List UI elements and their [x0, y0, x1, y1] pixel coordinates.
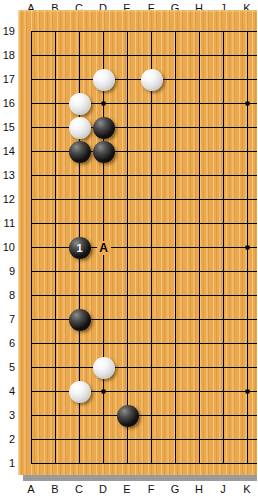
go-board: 1A — [18, 10, 257, 475]
left-coordinates: 19181716151413121110987654321 — [0, 19, 16, 475]
coord-bottom-J: J — [211, 482, 235, 497]
coord-left-16: 16 — [0, 91, 16, 115]
coord-left-11: 11 — [0, 211, 16, 235]
coord-left-10: 10 — [0, 235, 16, 259]
coord-bottom-A: A — [19, 482, 43, 497]
board-shadow — [23, 475, 257, 481]
coord-left-6: 6 — [0, 331, 16, 355]
black-stone-D14 — [93, 141, 115, 163]
board-cells: 1A — [20, 20, 258, 476]
coord-left-14: 14 — [0, 139, 16, 163]
point-C16 — [68, 92, 92, 116]
black-stone-D15 — [93, 117, 115, 139]
coord-bottom-D: D — [91, 482, 115, 497]
coord-left-15: 15 — [0, 115, 16, 139]
point-E3 — [116, 404, 140, 428]
point-D10: A — [92, 236, 116, 260]
go-diagram: ABCDEFGHJK 19181716151413121110987654321… — [0, 0, 257, 500]
point-C15 — [68, 116, 92, 140]
point-C4 — [68, 380, 92, 404]
coord-left-4: 4 — [0, 379, 16, 403]
coord-bottom-G: G — [163, 482, 187, 497]
coord-left-12: 12 — [0, 187, 16, 211]
coord-bottom-C: C — [67, 482, 91, 497]
white-stone-F17 — [141, 69, 163, 91]
coord-left-19: 19 — [0, 19, 16, 43]
coord-left-17: 17 — [0, 67, 16, 91]
point-F17 — [140, 68, 164, 92]
white-stone-C4 — [69, 381, 91, 403]
white-stone-C15 — [69, 117, 91, 139]
coord-left-9: 9 — [0, 259, 16, 283]
coord-left-5: 5 — [0, 355, 16, 379]
black-stone-C10: 1 — [69, 237, 91, 259]
coord-left-2: 2 — [0, 427, 16, 451]
point-D14 — [92, 140, 116, 164]
point-D17 — [92, 68, 116, 92]
bottom-coordinates: ABCDEFGHJK — [19, 482, 257, 497]
white-stone-D17 — [93, 69, 115, 91]
coord-bottom-B: B — [43, 482, 67, 497]
coord-bottom-K: K — [235, 482, 257, 497]
coord-left-18: 18 — [0, 43, 16, 67]
point-D5 — [92, 356, 116, 380]
point-C7 — [68, 308, 92, 332]
black-stone-C7 — [69, 309, 91, 331]
coord-bottom-H: H — [187, 482, 211, 497]
coord-bottom-E: E — [115, 482, 139, 497]
white-stone-C16 — [69, 93, 91, 115]
coord-left-3: 3 — [0, 403, 16, 427]
point-label-D10: A — [97, 241, 111, 255]
coord-left-7: 7 — [0, 307, 16, 331]
point-D15 — [92, 116, 116, 140]
point-C14 — [68, 140, 92, 164]
white-stone-D5 — [93, 357, 115, 379]
move-number-label: 1 — [76, 237, 82, 259]
coord-left-8: 8 — [0, 283, 16, 307]
coord-bottom-F: F — [139, 482, 163, 497]
coord-left-1: 1 — [0, 451, 16, 475]
black-stone-E3 — [117, 405, 139, 427]
black-stone-C14 — [69, 141, 91, 163]
coord-left-13: 13 — [0, 163, 16, 187]
point-C10: 1 — [68, 236, 92, 260]
